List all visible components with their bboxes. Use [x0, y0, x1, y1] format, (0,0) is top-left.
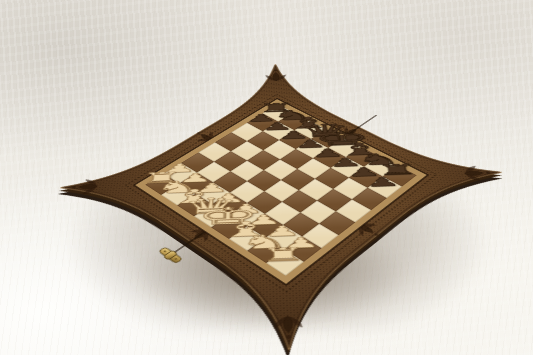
- piece-white-rook[interactable]: ♜: [260, 245, 306, 265]
- piece-white-pawn[interactable]: ♟: [263, 224, 300, 239]
- square-f3[interactable]: [265, 202, 300, 225]
- square-g2[interactable]: ♟: [265, 225, 302, 250]
- piece-white-bishop[interactable]: ♝: [167, 186, 219, 207]
- photo-scene: ♜♞♝♛♚♝♞♜♟♟♟♟♟♟♟♟♟♟♟♟♟♟♟♟♜♞♝♛♚♝♞♜: [0, 0, 533, 355]
- square-f5[interactable]: [299, 179, 333, 201]
- piece-white-pawn[interactable]: ♟: [282, 235, 320, 251]
- piece-white-knight[interactable]: ♞: [239, 232, 288, 253]
